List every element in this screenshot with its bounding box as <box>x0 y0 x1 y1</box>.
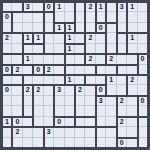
cell-r3-c3[interactable] <box>33 33 43 43</box>
cell-r9-c5[interactable] <box>54 96 64 106</box>
cell-r0-c4[interactable] <box>44 2 54 12</box>
cell-r5-c6[interactable] <box>65 54 75 64</box>
cell-r6-c3[interactable] <box>33 65 43 75</box>
cell-r8-c12[interactable] <box>127 85 137 95</box>
cell-r8-c9[interactable] <box>96 85 106 95</box>
cell-r11-c12[interactable] <box>127 117 137 127</box>
cell-r4-c2[interactable] <box>23 44 33 54</box>
cell-r8-c6[interactable] <box>65 85 75 95</box>
cell-r10-c7[interactable] <box>75 106 85 116</box>
cell-r7-c6[interactable] <box>65 75 75 85</box>
cell-r0-c8[interactable] <box>85 2 95 12</box>
cell-r12-c13[interactable] <box>138 127 148 137</box>
cell-r4-c9[interactable] <box>96 44 106 54</box>
cell-r3-c13[interactable] <box>138 33 148 43</box>
cell-r0-c10[interactable] <box>106 2 116 12</box>
cell-r9-c3[interactable] <box>33 96 43 106</box>
cell-r11-c2[interactable] <box>23 117 33 127</box>
cell-r3-c9[interactable] <box>96 33 106 43</box>
cell-r3-c4[interactable] <box>44 33 54 43</box>
cell-r10-c6[interactable] <box>65 106 75 116</box>
cell-r5-c8[interactable] <box>85 54 95 64</box>
cell-r13-c1[interactable] <box>12 138 22 148</box>
cell-r7-c3[interactable] <box>33 75 43 85</box>
cell-r13-c13[interactable] <box>138 138 148 148</box>
cell-r7-c11[interactable] <box>117 75 127 85</box>
cell-r10-c10[interactable] <box>106 106 116 116</box>
cell-r7-c0[interactable] <box>2 75 12 85</box>
cell-r6-c12[interactable] <box>127 65 137 75</box>
cell-r8-c10[interactable] <box>106 85 116 95</box>
cell-r4-c4[interactable] <box>44 44 54 54</box>
cell-r9-c1[interactable] <box>12 96 22 106</box>
cell-r10-c8[interactable] <box>85 106 95 116</box>
cell-r13-c9[interactable] <box>96 138 106 148</box>
cell-r3-c12[interactable] <box>127 33 137 43</box>
cell-r13-c6[interactable] <box>65 138 75 148</box>
cell-r7-c2[interactable] <box>23 75 33 85</box>
cell-r12-c11[interactable] <box>117 127 127 137</box>
cell-r8-c0[interactable] <box>2 85 12 95</box>
cell-r13-c12[interactable] <box>127 138 137 148</box>
cell-r1-c3[interactable] <box>33 12 43 22</box>
cell-r2-c8[interactable] <box>85 23 95 33</box>
cell-r7-c12[interactable] <box>127 75 137 85</box>
cell-r6-c10[interactable] <box>106 65 116 75</box>
cell-r13-c5[interactable] <box>54 138 64 148</box>
cell-r11-c11[interactable] <box>117 117 127 127</box>
cell-r1-c11[interactable] <box>117 12 127 22</box>
cell-r2-c11[interactable] <box>117 23 127 33</box>
cell-r11-c8[interactable] <box>85 117 95 127</box>
cell-r6-c13[interactable] <box>138 65 148 75</box>
puzzle-board: 3012131011021112111220020211202232032010… <box>0 0 150 150</box>
cell-r3-c7[interactable] <box>75 33 85 43</box>
cell-r2-c7[interactable] <box>75 23 85 33</box>
cell-r12-c10[interactable] <box>106 127 116 137</box>
cell-r9-c2[interactable] <box>23 96 33 106</box>
cell-r4-c1[interactable] <box>12 44 22 54</box>
cell-r12-c9[interactable] <box>96 127 106 137</box>
cell-r12-c3[interactable] <box>33 127 43 137</box>
cell-r11-c13[interactable] <box>138 117 148 127</box>
cell-r1-c12[interactable] <box>127 12 137 22</box>
cell-r3-c1[interactable] <box>12 33 22 43</box>
cell-r6-c8[interactable] <box>85 65 95 75</box>
cell-r4-c10[interactable] <box>106 44 116 54</box>
cell-r5-c13[interactable] <box>138 54 148 64</box>
cell-r11-c1[interactable] <box>12 117 22 127</box>
cell-r8-c13[interactable] <box>138 85 148 95</box>
cell-r3-c0[interactable] <box>2 33 12 43</box>
cell-r0-c7[interactable] <box>75 2 85 12</box>
cell-r8-c4[interactable] <box>44 85 54 95</box>
cell-r7-c4[interactable] <box>44 75 54 85</box>
cell-r13-c3[interactable] <box>33 138 43 148</box>
cell-r7-c1[interactable] <box>12 75 22 85</box>
cell-r3-c10[interactable] <box>106 33 116 43</box>
cell-r1-c6[interactable] <box>65 12 75 22</box>
cell-r10-c4[interactable] <box>44 106 54 116</box>
cell-r0-c3[interactable] <box>33 2 43 12</box>
cell-r0-c9[interactable] <box>96 2 106 12</box>
cell-r1-c9[interactable] <box>96 12 106 22</box>
cell-r11-c5[interactable] <box>54 117 64 127</box>
cell-r6-c11[interactable] <box>117 65 127 75</box>
cell-r10-c11[interactable] <box>117 106 127 116</box>
cell-r13-c4[interactable] <box>44 138 54 148</box>
cell-r13-c8[interactable] <box>85 138 95 148</box>
cell-r11-c3[interactable] <box>33 117 43 127</box>
cell-r5-c5[interactable] <box>54 54 64 64</box>
cell-r13-c11[interactable] <box>117 138 127 148</box>
cell-r13-c7[interactable] <box>75 138 85 148</box>
cell-r10-c12[interactable] <box>127 106 137 116</box>
cell-r8-c2[interactable] <box>23 85 33 95</box>
cell-r7-c9[interactable] <box>96 75 106 85</box>
cell-r5-c11[interactable] <box>117 54 127 64</box>
cell-r12-c7[interactable] <box>75 127 85 137</box>
cell-r0-c13[interactable] <box>138 2 148 12</box>
cell-r1-c0[interactable] <box>2 12 12 22</box>
cell-r1-c1[interactable] <box>12 12 22 22</box>
cell-r6-c7[interactable] <box>75 65 85 75</box>
cell-r8-c5[interactable] <box>54 85 64 95</box>
cell-r13-c2[interactable] <box>23 138 33 148</box>
cell-r1-c8[interactable] <box>85 12 95 22</box>
cell-r2-c10[interactable] <box>106 23 116 33</box>
cell-r0-c12[interactable] <box>127 2 137 12</box>
cell-r4-c0[interactable] <box>2 44 12 54</box>
cell-r7-c7[interactable] <box>75 75 85 85</box>
cell-r5-c1[interactable] <box>12 54 22 64</box>
cell-r11-c9[interactable] <box>96 117 106 127</box>
cell-r3-c2[interactable] <box>23 33 33 43</box>
cell-r12-c8[interactable] <box>85 127 95 137</box>
cell-r7-c13[interactable] <box>138 75 148 85</box>
cell-r4-c5[interactable] <box>54 44 64 54</box>
cell-r5-c4[interactable] <box>44 54 54 64</box>
cell-r12-c0[interactable] <box>2 127 12 137</box>
cell-r4-c6[interactable] <box>65 44 75 54</box>
cell-r8-c1[interactable] <box>12 85 22 95</box>
cell-r0-c1[interactable] <box>12 2 22 12</box>
cell-r10-c3[interactable] <box>33 106 43 116</box>
cell-r2-c12[interactable] <box>127 23 137 33</box>
cell-r5-c10[interactable] <box>106 54 116 64</box>
cell-r10-c5[interactable] <box>54 106 64 116</box>
cell-r12-c1[interactable] <box>12 127 22 137</box>
cell-r9-c12[interactable] <box>127 96 137 106</box>
cell-r8-c8[interactable] <box>85 85 95 95</box>
cell-r11-c6[interactable] <box>65 117 75 127</box>
cell-r6-c1[interactable] <box>12 65 22 75</box>
cell-r9-c7[interactable] <box>75 96 85 106</box>
cell-r4-c11[interactable] <box>117 44 127 54</box>
cell-r11-c10[interactable] <box>106 117 116 127</box>
cell-r0-c6[interactable] <box>65 2 75 12</box>
cell-r13-c0[interactable] <box>2 138 12 148</box>
cell-r10-c0[interactable] <box>2 106 12 116</box>
cell-r7-c10[interactable] <box>106 75 116 85</box>
cell-r9-c11[interactable] <box>117 96 127 106</box>
cell-r6-c5[interactable] <box>54 65 64 75</box>
cell-r0-c5[interactable] <box>54 2 64 12</box>
cell-r12-c5[interactable] <box>54 127 64 137</box>
cell-r2-c9[interactable] <box>96 23 106 33</box>
cell-r2-c2[interactable] <box>23 23 33 33</box>
cell-r4-c8[interactable] <box>85 44 95 54</box>
cell-r5-c12[interactable] <box>127 54 137 64</box>
cell-r1-c2[interactable] <box>23 12 33 22</box>
cell-r1-c7[interactable] <box>75 12 85 22</box>
cell-r7-c8[interactable] <box>85 75 95 85</box>
cell-r8-c3[interactable] <box>33 85 43 95</box>
cell-r10-c13[interactable] <box>138 106 148 116</box>
cell-r3-c6[interactable] <box>65 33 75 43</box>
cell-r12-c4[interactable] <box>44 127 54 137</box>
cell-r12-c12[interactable] <box>127 127 137 137</box>
cell-r11-c4[interactable] <box>44 117 54 127</box>
cell-r5-c9[interactable] <box>96 54 106 64</box>
cell-r0-c11[interactable] <box>117 2 127 12</box>
cell-r9-c13[interactable] <box>138 96 148 106</box>
cell-r2-c1[interactable] <box>12 23 22 33</box>
cell-r6-c6[interactable] <box>65 65 75 75</box>
cell-r3-c5[interactable] <box>54 33 64 43</box>
cell-r5-c2[interactable] <box>23 54 33 64</box>
cell-r8-c11[interactable] <box>117 85 127 95</box>
cell-r2-c3[interactable] <box>33 23 43 33</box>
cell-r1-c10[interactable] <box>106 12 116 22</box>
cell-r13-c10[interactable] <box>106 138 116 148</box>
cell-r2-c4[interactable] <box>44 23 54 33</box>
cell-r3-c8[interactable] <box>85 33 95 43</box>
cell-r6-c2[interactable] <box>23 65 33 75</box>
cell-r1-c5[interactable] <box>54 12 64 22</box>
cell-r9-c8[interactable] <box>85 96 95 106</box>
cell-r4-c12[interactable] <box>127 44 137 54</box>
cell-r1-c4[interactable] <box>44 12 54 22</box>
cell-r10-c1[interactable] <box>12 106 22 116</box>
cell-r9-c6[interactable] <box>65 96 75 106</box>
cell-r5-c7[interactable] <box>75 54 85 64</box>
cell-r9-c0[interactable] <box>2 96 12 106</box>
cell-r3-c11[interactable] <box>117 33 127 43</box>
cell-r4-c7[interactable] <box>75 44 85 54</box>
cell-r11-c0[interactable] <box>2 117 12 127</box>
cell-r7-c5[interactable] <box>54 75 64 85</box>
cell-r6-c9[interactable] <box>96 65 106 75</box>
cell-r10-c2[interactable] <box>23 106 33 116</box>
cell-r8-c7[interactable] <box>75 85 85 95</box>
cell-r1-c13[interactable] <box>138 12 148 22</box>
cell-r5-c3[interactable] <box>33 54 43 64</box>
cell-r9-c10[interactable] <box>106 96 116 106</box>
cell-r2-c5[interactable] <box>54 23 64 33</box>
cell-r10-c9[interactable] <box>96 106 106 116</box>
cell-r2-c0[interactable] <box>2 23 12 33</box>
cell-r12-c6[interactable] <box>65 127 75 137</box>
cell-r12-c2[interactable] <box>23 127 33 137</box>
cell-r0-c0[interactable] <box>2 2 12 12</box>
cell-r0-c2[interactable] <box>23 2 33 12</box>
cell-r9-c9[interactable] <box>96 96 106 106</box>
cell-r2-c13[interactable] <box>138 23 148 33</box>
cell-r6-c0[interactable] <box>2 65 12 75</box>
cell-r5-c0[interactable] <box>2 54 12 64</box>
cell-r4-c13[interactable] <box>138 44 148 54</box>
cell-r4-c3[interactable] <box>33 44 43 54</box>
cell-r11-c7[interactable] <box>75 117 85 127</box>
cell-r9-c4[interactable] <box>44 96 54 106</box>
cell-r2-c6[interactable] <box>65 23 75 33</box>
cell-r6-c4[interactable] <box>44 65 54 75</box>
